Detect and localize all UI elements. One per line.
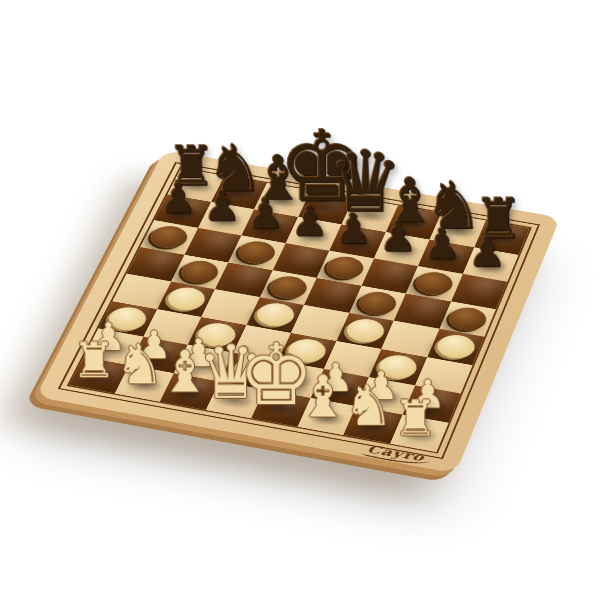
dark-checker-disc — [355, 289, 400, 317]
dark-pawn-piece: ♟ — [335, 209, 372, 250]
board-3d-wrapper: ♜♞♝♚♛♝♞♜♟♟♟♟♟♟♟♟♟♟♟♟♟♟♟♟♜♞♝♛♚♝♞♜ Cayro — [36, 150, 561, 473]
dark-checker-disc — [323, 254, 368, 282]
light-checker-disc — [252, 301, 298, 329]
dark-pawn-piece: ♟ — [379, 216, 416, 257]
light-bishop-piece: ♝ — [297, 368, 349, 426]
dark-checker-disc — [234, 239, 279, 266]
light-rook-piece: ♜ — [72, 335, 116, 384]
dark-pawn-piece: ♟ — [424, 224, 461, 266]
dark-pawn-piece: ♟ — [468, 231, 505, 273]
light-knight-piece: ♞ — [115, 337, 165, 392]
board-grid: ♜♞♝♚♛♝♞♜♟♟♟♟♟♟♟♟♟♟♟♟♟♟♟♟♜♞♝♛♚♝♞♜ — [67, 167, 532, 454]
dark-pawn-piece: ♟ — [247, 193, 284, 234]
light-rook-piece: ♜ — [393, 393, 438, 443]
wooden-board-frame: ♜♞♝♚♛♝♞♜♟♟♟♟♟♟♟♟♟♟♟♟♟♟♟♟♜♞♝♛♚♝♞♜ Cayro — [36, 150, 561, 473]
light-checker-disc — [342, 317, 388, 346]
dark-pawn-piece: ♟ — [203, 186, 240, 227]
light-checker-disc — [163, 285, 209, 313]
dark-checker-disc — [445, 305, 490, 333]
light-knight-piece: ♞ — [344, 378, 394, 434]
product-photo-scene: ♜♞♝♚♛♝♞♜♟♟♟♟♟♟♟♟♟♟♟♟♟♟♟♟♜♞♝♛♚♝♞♜ Cayro — [0, 0, 600, 600]
dark-checker-disc — [146, 224, 192, 251]
dark-pawn-piece: ♟ — [291, 201, 328, 242]
dark-checker-disc — [177, 258, 223, 286]
dark-checker-disc — [265, 273, 311, 301]
dark-pawn-piece: ♟ — [160, 178, 197, 219]
dark-checker-disc — [412, 270, 457, 298]
light-checker-disc — [433, 332, 479, 361]
